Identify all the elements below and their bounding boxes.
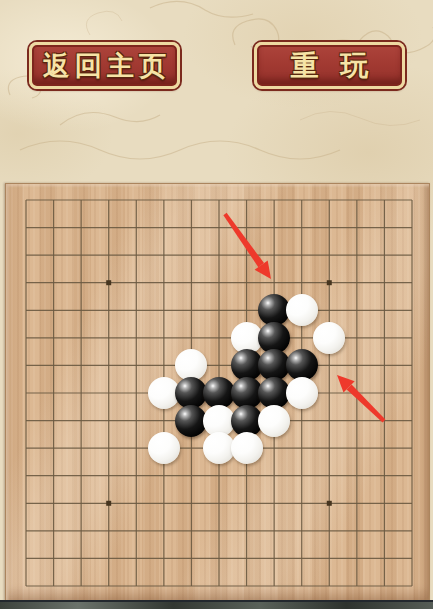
app-screen: 返回主页 重玩 <box>0 0 433 609</box>
gomoku-board[interactable] <box>5 183 430 601</box>
parchment-ornament <box>0 0 433 183</box>
replay-button[interactable]: 重玩 <box>254 42 405 89</box>
replay-button-label: 重玩 <box>291 47 391 85</box>
hint-arrow-side-spot <box>347 384 386 422</box>
hint-arrows <box>6 184 431 602</box>
home-button[interactable]: 返回主页 <box>29 42 180 89</box>
bottom-shadow-strip <box>0 600 433 609</box>
hint-arrow-win-spot <box>223 213 264 267</box>
home-button-label: 返回主页 <box>43 48 171 84</box>
